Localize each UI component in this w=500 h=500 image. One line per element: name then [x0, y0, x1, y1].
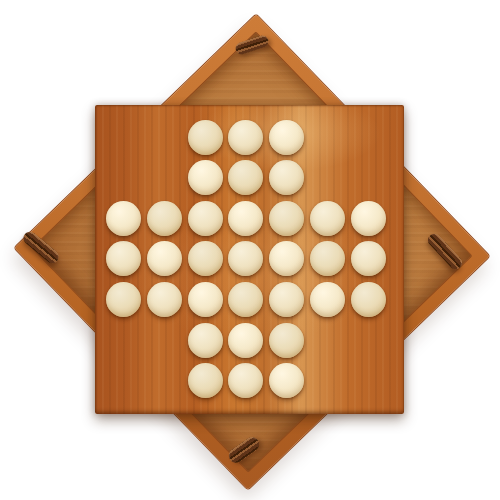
board-hole[interactable] [266, 198, 307, 239]
peg[interactable] [188, 282, 223, 317]
board-hole[interactable] [226, 360, 267, 401]
board-cell-blank [144, 117, 185, 158]
peg[interactable] [351, 282, 386, 317]
board-cell-blank [144, 320, 185, 361]
board-hole[interactable] [144, 279, 185, 320]
peg[interactable] [228, 160, 263, 195]
peg[interactable] [188, 363, 223, 398]
board-hole[interactable] [185, 279, 226, 320]
board-cell-blank [103, 360, 144, 401]
board-hole[interactable] [226, 158, 267, 199]
board-hole[interactable] [185, 158, 226, 199]
peg[interactable] [269, 241, 304, 276]
board-hole[interactable] [307, 279, 348, 320]
board-hole[interactable] [266, 117, 307, 158]
board-hole[interactable] [266, 360, 307, 401]
board-cell-blank [307, 360, 348, 401]
solitaire-board [95, 105, 404, 414]
board-hole[interactable] [226, 198, 267, 239]
board-cell-blank [103, 117, 144, 158]
peg[interactable] [351, 241, 386, 276]
peg[interactable] [106, 282, 141, 317]
board-cell-blank [307, 158, 348, 199]
product-photo [0, 0, 500, 500]
board-hole[interactable] [185, 320, 226, 361]
peg[interactable] [269, 282, 304, 317]
peg[interactable] [228, 363, 263, 398]
board-cell-blank [307, 117, 348, 158]
board-hole[interactable] [185, 198, 226, 239]
peg[interactable] [269, 323, 304, 358]
peg[interactable] [351, 201, 386, 236]
board-cell-blank [103, 158, 144, 199]
board-hole[interactable] [348, 279, 389, 320]
board-hole[interactable] [266, 239, 307, 280]
board-hole[interactable] [185, 239, 226, 280]
peg[interactable] [228, 120, 263, 155]
board-cell-blank [348, 360, 389, 401]
board-hole[interactable] [307, 239, 348, 280]
peg[interactable] [188, 241, 223, 276]
peg[interactable] [310, 241, 345, 276]
board-hole[interactable] [144, 239, 185, 280]
board-cell-blank [348, 320, 389, 361]
board-hole[interactable] [103, 239, 144, 280]
board-hole[interactable] [226, 320, 267, 361]
peg[interactable] [188, 201, 223, 236]
peg[interactable] [147, 241, 182, 276]
peg-grid [103, 117, 389, 401]
peg[interactable] [147, 282, 182, 317]
board-hole[interactable] [226, 117, 267, 158]
peg[interactable] [228, 241, 263, 276]
peg[interactable] [310, 201, 345, 236]
board-hole[interactable] [348, 239, 389, 280]
peg[interactable] [188, 160, 223, 195]
peg[interactable] [106, 241, 141, 276]
peg[interactable] [147, 201, 182, 236]
board-hole[interactable] [307, 198, 348, 239]
board-hole[interactable] [144, 198, 185, 239]
peg[interactable] [269, 160, 304, 195]
board-cell-blank [144, 360, 185, 401]
peg[interactable] [310, 282, 345, 317]
board-hole[interactable] [266, 320, 307, 361]
board-hole[interactable] [103, 279, 144, 320]
peg[interactable] [228, 323, 263, 358]
board-cell-blank [348, 158, 389, 199]
peg[interactable] [228, 201, 263, 236]
peg[interactable] [188, 323, 223, 358]
board-cell-blank [307, 320, 348, 361]
peg[interactable] [269, 201, 304, 236]
board-cell-blank [348, 117, 389, 158]
board-hole[interactable] [348, 198, 389, 239]
peg[interactable] [106, 201, 141, 236]
peg[interactable] [228, 282, 263, 317]
board-hole[interactable] [226, 239, 267, 280]
board-hole[interactable] [185, 360, 226, 401]
board-hole[interactable] [103, 198, 144, 239]
board-hole[interactable] [226, 279, 267, 320]
board-cell-blank [144, 158, 185, 199]
board-cell-blank [103, 320, 144, 361]
board-hole[interactable] [185, 117, 226, 158]
peg[interactable] [188, 120, 223, 155]
board-hole[interactable] [266, 158, 307, 199]
peg[interactable] [269, 363, 304, 398]
peg[interactable] [269, 120, 304, 155]
board-hole[interactable] [266, 279, 307, 320]
